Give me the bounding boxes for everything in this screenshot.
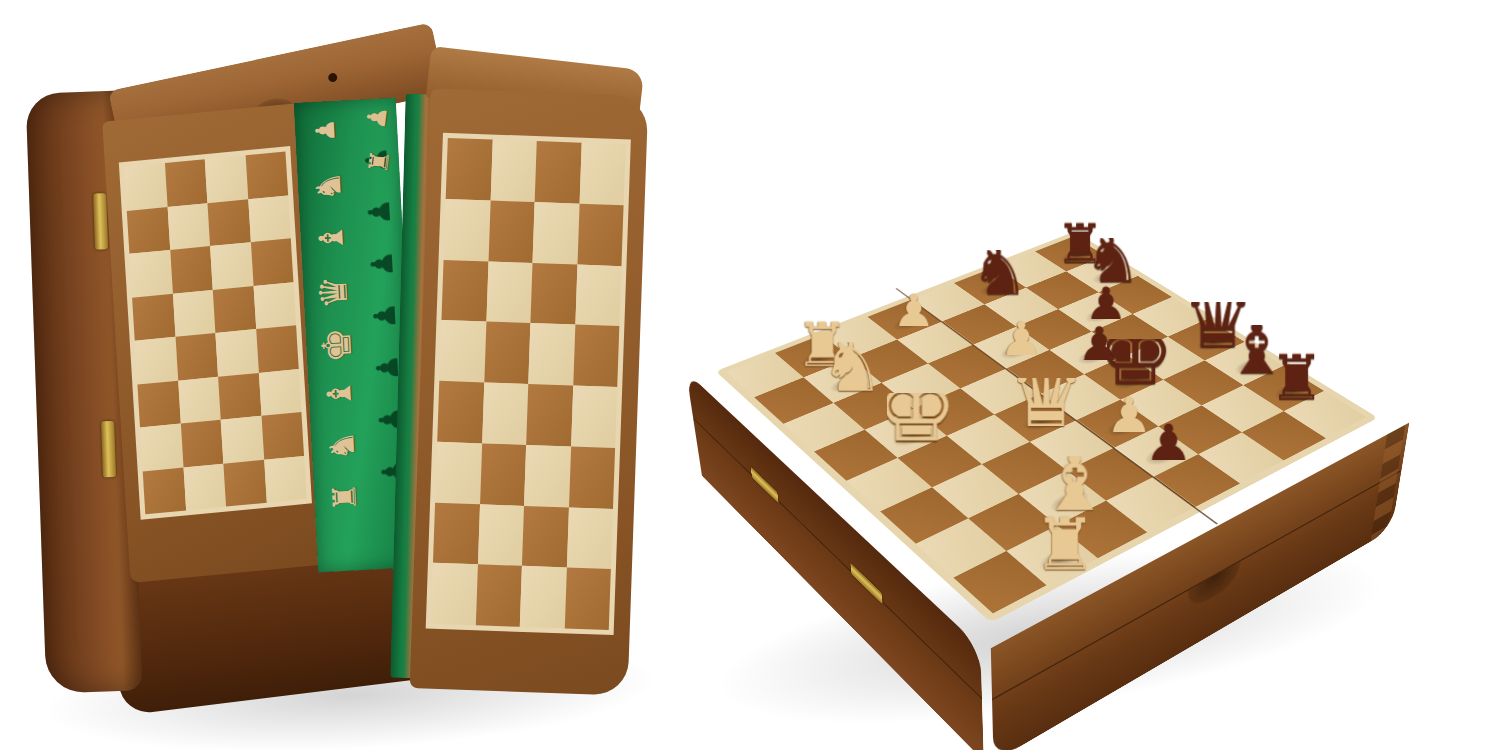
lid-maple-border — [426, 133, 631, 635]
lid-square — [571, 386, 618, 448]
lid-square — [524, 445, 571, 507]
stored-bishop: ♝ — [313, 209, 349, 267]
stored-queen: ♛ — [313, 263, 354, 321]
magnet-dot — [327, 72, 338, 83]
empty-felt-slot: ♟ — [363, 189, 395, 235]
body-square — [258, 369, 301, 416]
body-square — [132, 293, 175, 340]
body-square — [221, 416, 264, 463]
body-square — [178, 376, 221, 423]
body-square — [172, 290, 215, 337]
body-square — [180, 420, 223, 467]
stored-pawn-second-column: ♟ — [361, 94, 392, 141]
lid-square — [435, 442, 482, 504]
lid-square — [433, 502, 480, 564]
lid-square — [535, 141, 582, 203]
box-body-checkerboard-face — [102, 103, 327, 583]
lid-checker-grid — [431, 138, 626, 630]
queen-glyph: ♛ — [1008, 357, 1085, 436]
body-square — [164, 159, 207, 206]
body-maple-border — [119, 146, 312, 520]
lid-square — [437, 381, 484, 443]
body-square — [183, 463, 226, 510]
body-square — [170, 246, 213, 293]
stored-knight: ♞ — [323, 417, 360, 475]
lid-square — [569, 446, 616, 508]
body-square — [253, 282, 296, 329]
lid-square — [446, 138, 493, 200]
lid-square — [533, 202, 580, 264]
lid-square — [566, 507, 613, 569]
lid-square — [431, 563, 478, 625]
body-square — [129, 250, 172, 297]
body-square — [256, 325, 299, 372]
body-square — [143, 467, 186, 514]
lid-square — [444, 199, 491, 261]
body-square — [210, 242, 253, 289]
brass-hinge — [101, 421, 116, 477]
body-square — [127, 207, 170, 254]
lid-square — [486, 261, 533, 323]
lid-square — [520, 566, 567, 628]
body-square — [218, 372, 261, 419]
body-square — [245, 151, 288, 198]
body-square — [250, 238, 293, 285]
lid-square — [480, 443, 527, 505]
lid-square — [579, 143, 626, 205]
lid-square — [441, 259, 488, 321]
body-square — [135, 337, 178, 384]
stored-rook-second-column: ♜ — [363, 138, 394, 185]
body-square — [175, 333, 218, 380]
body-square — [124, 163, 167, 210]
lid-square — [488, 200, 535, 262]
lid-square — [484, 322, 531, 384]
empty-felt-slot: ♟ — [366, 241, 398, 287]
handle-notch — [1186, 561, 1240, 612]
body-square — [207, 199, 250, 246]
lid-square — [482, 382, 529, 444]
lid-square — [477, 504, 524, 566]
lid-square — [475, 565, 522, 627]
body-square — [213, 286, 256, 333]
empty-felt-slot: ♟ — [369, 293, 401, 339]
king-glyph: ♚ — [875, 368, 957, 452]
stored-bishop: ♝ — [321, 365, 357, 423]
body-square — [223, 459, 266, 506]
lid-square — [526, 384, 573, 446]
lid-square — [439, 320, 486, 382]
brass-hinge — [750, 466, 778, 503]
stored-rook: ♜ — [327, 468, 362, 526]
stored-pawn: ♟ — [311, 102, 340, 159]
body-square — [248, 195, 291, 242]
lid-square — [575, 264, 622, 326]
lid-square — [522, 505, 569, 567]
lid-square — [577, 203, 624, 265]
stored-knight: ♞ — [310, 157, 347, 215]
body-square — [261, 412, 304, 459]
lid-square — [528, 323, 575, 385]
lid-square — [564, 568, 611, 630]
body-square — [167, 203, 210, 250]
lid-square — [573, 325, 620, 387]
lid-square — [490, 140, 537, 202]
brass-hinge — [93, 193, 108, 249]
body-square — [140, 424, 183, 471]
body-square — [137, 380, 180, 427]
body-square — [205, 155, 248, 202]
product-photo-stage: ♟♞♝♛♚♝♞♜♟♟♟♟♟♟♟♟♜ ♜♟♞♟♚♛♟♝♜♞♜♞ — [0, 0, 1500, 750]
body-checker-grid — [124, 151, 307, 514]
lid-square — [530, 263, 577, 325]
lid-checkerboard-face — [410, 88, 649, 695]
brass-hinge — [850, 562, 882, 604]
body-square — [264, 455, 307, 502]
body-square — [215, 329, 258, 376]
